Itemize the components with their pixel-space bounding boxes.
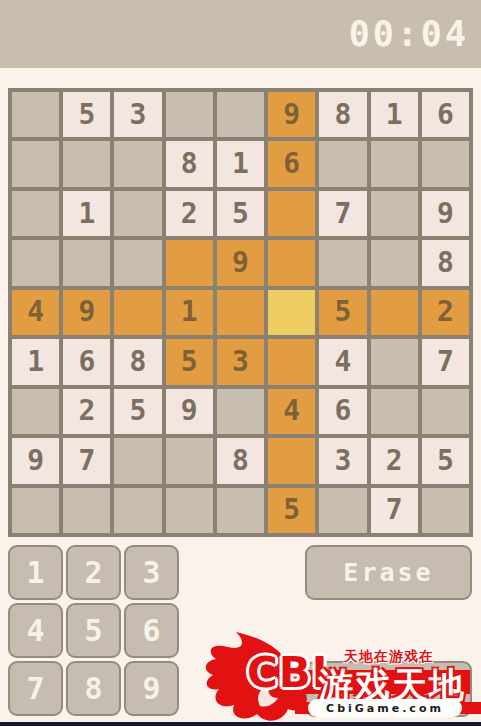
- cell-digit: 5: [335, 298, 352, 326]
- cell-r3c9[interactable]: 9: [422, 191, 469, 236]
- cell-digit: 3: [232, 348, 249, 376]
- cell-digit: 1: [27, 348, 44, 376]
- cell-digit: 5: [283, 496, 300, 524]
- bottom-divider: [0, 722, 481, 726]
- cell-digit: 8: [232, 447, 249, 475]
- numpad-button-6[interactable]: 6: [124, 603, 179, 658]
- cell-r9c5[interactable]: [217, 488, 264, 533]
- cell-r8c4[interactable]: [166, 438, 213, 483]
- cell-r7c5[interactable]: [217, 389, 264, 434]
- cell-r4c9[interactable]: 8: [422, 240, 469, 285]
- cell-r3c8[interactable]: [371, 191, 418, 236]
- cell-digit: 4: [335, 348, 352, 376]
- cell-r2c1[interactable]: [12, 141, 59, 186]
- cell-r3c5[interactable]: 5: [217, 191, 264, 236]
- top-bar: 00:04: [0, 0, 481, 68]
- cell-r6c3[interactable]: 8: [114, 339, 161, 384]
- cell-r3c1[interactable]: [12, 191, 59, 236]
- cell-r2c7[interactable]: [319, 141, 366, 186]
- cell-r6c2[interactable]: 6: [63, 339, 110, 384]
- cell-r1c8[interactable]: 1: [371, 92, 418, 137]
- cell-r8c3[interactable]: [114, 438, 161, 483]
- cell-r6c4[interactable]: 5: [166, 339, 213, 384]
- cell-r7c8[interactable]: [371, 389, 418, 434]
- cell-r7c9[interactable]: [422, 389, 469, 434]
- cell-digit: 9: [78, 298, 95, 326]
- numpad-button-9[interactable]: 9: [124, 661, 179, 716]
- cell-r2c5[interactable]: 1: [217, 141, 264, 186]
- cell-r9c6[interactable]: 5: [268, 488, 315, 533]
- numpad-button-8[interactable]: 8: [66, 661, 121, 716]
- cell-r9c7[interactable]: [319, 488, 366, 533]
- cell-digit: 9: [283, 101, 300, 129]
- cell-digit: 8: [181, 150, 198, 178]
- cell-r9c2[interactable]: [63, 488, 110, 533]
- cell-r8c1[interactable]: 9: [12, 438, 59, 483]
- sudoku-board: 5398168161257998491521685347259469783255…: [8, 88, 473, 537]
- cell-r1c2[interactable]: 5: [63, 92, 110, 137]
- cell-r5c9[interactable]: 2: [422, 290, 469, 335]
- cell-r4c3[interactable]: [114, 240, 161, 285]
- cell-digit: 2: [78, 397, 95, 425]
- cell-digit: 9: [181, 397, 198, 425]
- cell-digit: 6: [437, 101, 454, 129]
- cell-digit: 8: [437, 249, 454, 277]
- cell-r5c8[interactable]: [371, 290, 418, 335]
- covered-button[interactable]: [305, 661, 472, 717]
- cell-r3c3[interactable]: [114, 191, 161, 236]
- numpad-button-4[interactable]: 4: [8, 603, 63, 658]
- cell-r4c6[interactable]: [268, 240, 315, 285]
- cell-r7c1[interactable]: [12, 389, 59, 434]
- erase-button[interactable]: Erase: [305, 545, 472, 600]
- cell-r1c4[interactable]: [166, 92, 213, 137]
- cell-r1c7[interactable]: 8: [319, 92, 366, 137]
- cell-digit: 2: [181, 200, 198, 228]
- cell-r5c6[interactable]: [268, 290, 315, 335]
- cell-r5c5[interactable]: [217, 290, 264, 335]
- cell-digit: 1: [181, 298, 198, 326]
- cell-digit: 5: [437, 447, 454, 475]
- cell-r3c7[interactable]: 7: [319, 191, 366, 236]
- numpad-button-1[interactable]: 1: [8, 545, 63, 600]
- sudoku-app: 00:04 5398168161257998491521685347259469…: [0, 0, 481, 726]
- cell-r6c8[interactable]: [371, 339, 418, 384]
- cell-r9c1[interactable]: [12, 488, 59, 533]
- cell-r4c8[interactable]: [371, 240, 418, 285]
- cell-r2c4[interactable]: 8: [166, 141, 213, 186]
- cell-digit: 8: [335, 101, 352, 129]
- cell-r8c9[interactable]: 5: [422, 438, 469, 483]
- cell-r6c5[interactable]: 3: [217, 339, 264, 384]
- cell-r7c6[interactable]: 4: [268, 389, 315, 434]
- timer: 00:04: [349, 14, 481, 54]
- cell-r7c2[interactable]: 2: [63, 389, 110, 434]
- cell-r2c6[interactable]: 6: [268, 141, 315, 186]
- cell-digit: 3: [335, 447, 352, 475]
- cell-r1c3[interactable]: 3: [114, 92, 161, 137]
- cell-r5c4[interactable]: 1: [166, 290, 213, 335]
- cell-digit: 8: [130, 348, 147, 376]
- cell-digit: 2: [386, 447, 403, 475]
- cell-r1c5[interactable]: [217, 92, 264, 137]
- cell-digit: 9: [232, 249, 249, 277]
- cell-r1c9[interactable]: 6: [422, 92, 469, 137]
- cell-r1c6[interactable]: 9: [268, 92, 315, 137]
- cell-digit: 9: [437, 200, 454, 228]
- cell-digit: 7: [437, 348, 454, 376]
- cell-digit: 5: [181, 348, 198, 376]
- cell-r4c4[interactable]: [166, 240, 213, 285]
- cell-r3c6[interactable]: [268, 191, 315, 236]
- cell-r4c2[interactable]: [63, 240, 110, 285]
- cell-r6c1[interactable]: 1: [12, 339, 59, 384]
- cell-digit: 1: [386, 101, 403, 129]
- numpad-button-2[interactable]: 2: [66, 545, 121, 600]
- cell-digit: 9: [27, 447, 44, 475]
- cell-digit: 4: [283, 397, 300, 425]
- cell-r5c7[interactable]: 5: [319, 290, 366, 335]
- cell-r5c1[interactable]: 4: [12, 290, 59, 335]
- cell-r2c2[interactable]: [63, 141, 110, 186]
- cell-r5c3[interactable]: [114, 290, 161, 335]
- cell-digit: 3: [130, 101, 147, 129]
- cell-r2c3[interactable]: [114, 141, 161, 186]
- cell-r4c1[interactable]: [12, 240, 59, 285]
- numpad-button-5[interactable]: 5: [66, 603, 121, 658]
- cell-digit: 6: [283, 150, 300, 178]
- cell-digit: 7: [386, 496, 403, 524]
- cell-r3c4[interactable]: 2: [166, 191, 213, 236]
- cell-r9c4[interactable]: [166, 488, 213, 533]
- cell-r2c8[interactable]: [371, 141, 418, 186]
- cell-r3c2[interactable]: 1: [63, 191, 110, 236]
- number-pad: 123456789: [8, 545, 179, 716]
- cell-digit: 5: [78, 101, 95, 129]
- cell-digit: 1: [232, 150, 249, 178]
- cell-r1c1[interactable]: [12, 92, 59, 137]
- numpad-button-3[interactable]: 3: [124, 545, 179, 600]
- cell-digit: 4: [27, 298, 44, 326]
- cell-r8c8[interactable]: 2: [371, 438, 418, 483]
- cell-r7c3[interactable]: 5: [114, 389, 161, 434]
- cell-digit: 2: [437, 298, 454, 326]
- cell-r5c2[interactable]: 9: [63, 290, 110, 335]
- cell-r9c9[interactable]: [422, 488, 469, 533]
- cell-digit: 1: [78, 200, 95, 228]
- cell-r7c7[interactable]: 6: [319, 389, 366, 434]
- cell-r6c9[interactable]: 7: [422, 339, 469, 384]
- cell-r8c2[interactable]: 7: [63, 438, 110, 483]
- cell-r8c5[interactable]: 8: [217, 438, 264, 483]
- cell-digit: 6: [335, 397, 352, 425]
- cell-digit: 5: [232, 200, 249, 228]
- cell-r4c5[interactable]: 9: [217, 240, 264, 285]
- cell-r8c6[interactable]: [268, 438, 315, 483]
- cell-digit: 6: [78, 348, 95, 376]
- numpad-button-7[interactable]: 7: [8, 661, 63, 716]
- cell-digit: 7: [78, 447, 95, 475]
- cell-digit: 5: [130, 397, 147, 425]
- cell-r9c3[interactable]: [114, 488, 161, 533]
- cell-r6c6[interactable]: [268, 339, 315, 384]
- cell-r6c7[interactable]: 4: [319, 339, 366, 384]
- cell-r7c4[interactable]: 9: [166, 389, 213, 434]
- cell-digit: 7: [335, 200, 352, 228]
- cell-r8c7[interactable]: 3: [319, 438, 366, 483]
- cell-r4c7[interactable]: [319, 240, 366, 285]
- cell-r9c8[interactable]: 7: [371, 488, 418, 533]
- cell-r2c9[interactable]: [422, 141, 469, 186]
